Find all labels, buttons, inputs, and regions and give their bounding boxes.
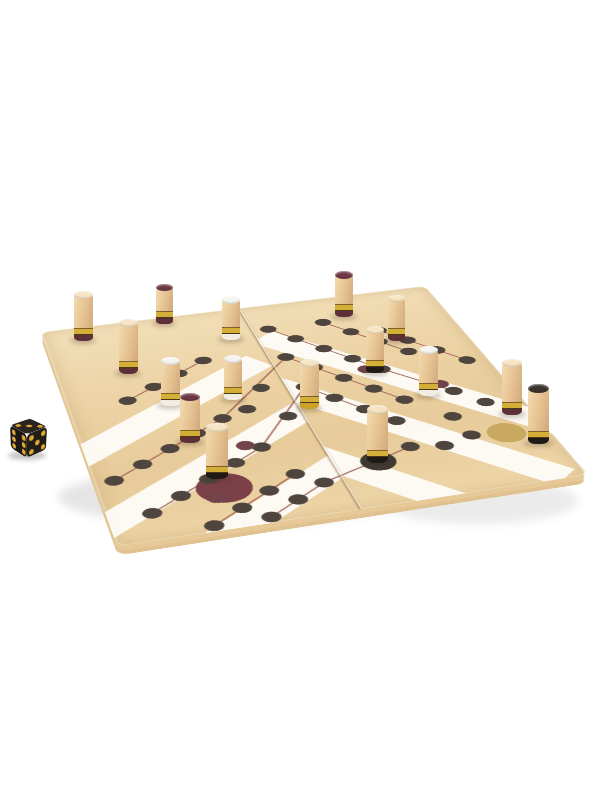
peg-top-face <box>419 346 438 354</box>
peg-top-face <box>119 319 138 327</box>
peg-13-black-peg[interactable] <box>528 387 549 444</box>
peg-top-face <box>222 296 240 304</box>
die-pip <box>12 428 16 435</box>
die-pip <box>41 429 45 436</box>
die-pip <box>29 448 34 455</box>
product-photo-stage <box>0 0 600 800</box>
peg-body <box>366 329 384 373</box>
die-pip <box>21 434 25 442</box>
die-pip <box>35 439 39 446</box>
peg-8-white-peg[interactable] <box>224 358 242 400</box>
die-pip <box>22 448 26 455</box>
peg-top-face <box>180 393 200 401</box>
peg-4-maroon-peg[interactable] <box>335 274 353 317</box>
die-pip <box>29 434 34 441</box>
peg-16-black-peg[interactable] <box>367 408 388 463</box>
peg-body <box>161 360 180 406</box>
peg-body <box>419 349 438 396</box>
die-pip <box>40 443 44 450</box>
peg-body <box>502 362 522 415</box>
die-pip <box>13 424 21 428</box>
peg-3-white-peg[interactable] <box>222 299 240 340</box>
peg-body <box>119 322 138 374</box>
peg-body <box>300 362 319 409</box>
peg-top-face <box>367 405 388 414</box>
peg-body <box>74 294 93 341</box>
peg-5-maroon-peg[interactable] <box>388 298 405 341</box>
die-pip <box>12 442 16 449</box>
peg-body <box>156 287 173 324</box>
peg-6-maroon-peg[interactable] <box>119 322 138 374</box>
peg-15-black-peg[interactable] <box>206 426 228 479</box>
peg-body <box>335 274 353 317</box>
peg-top-face <box>300 359 319 367</box>
peg-body <box>224 358 242 400</box>
die-cube <box>18 422 38 452</box>
die-pip <box>24 424 32 428</box>
peg-top-face <box>335 271 353 279</box>
peg-top-face <box>366 326 384 334</box>
peg-body <box>388 298 405 341</box>
peg-1-maroon-peg[interactable] <box>74 294 93 341</box>
peg-body <box>367 408 388 463</box>
peg-body <box>180 396 200 443</box>
black-die[interactable] <box>4 413 52 461</box>
peg-top-face <box>74 291 93 299</box>
peg-top-face <box>502 359 522 367</box>
peg-top-face <box>156 284 173 291</box>
peg-11-white-peg[interactable] <box>419 349 438 396</box>
peg-top-face <box>224 355 242 363</box>
peg-9-gold-peg[interactable] <box>300 362 319 409</box>
peg-7-white-peg[interactable] <box>161 360 180 406</box>
peg-12-maroon-peg[interactable] <box>502 362 522 415</box>
peg-14-maroon-peg[interactable] <box>180 396 200 443</box>
pegs-layer <box>0 0 600 800</box>
peg-body <box>222 299 240 340</box>
peg-top-face <box>528 384 549 393</box>
die-pip <box>12 435 16 442</box>
peg-top-face <box>206 423 228 432</box>
peg-top-face <box>388 295 405 302</box>
die-pip <box>21 441 25 448</box>
peg-2-maroon-peg[interactable] <box>156 287 173 324</box>
peg-body <box>206 426 228 479</box>
peg-body <box>528 387 549 444</box>
peg-10-black-peg[interactable] <box>366 329 384 373</box>
peg-top-face <box>161 357 180 365</box>
